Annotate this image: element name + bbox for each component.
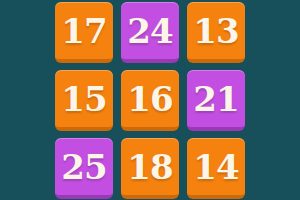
game-background: { "game": "number-tiles-puzzle", "positi… [0,0,300,200]
tile-r3c1[interactable]: 25 [55,138,113,199]
tile-number: 25 [61,150,106,184]
tile-r2c2[interactable]: 16 [121,70,179,131]
tile-number: 15 [61,82,106,116]
tile-number: 24 [127,14,172,48]
tile-number: 18 [127,150,172,184]
tile-r1c2[interactable]: 24 [121,2,179,63]
tile-number: 16 [127,82,172,116]
tile-r2c3[interactable]: 21 [187,70,245,131]
tile-r3c3[interactable]: 14 [187,138,245,199]
tile-r1c1[interactable]: 17 [55,2,113,63]
tile-r2c1[interactable]: 15 [55,70,113,131]
tile-number: 17 [61,14,106,48]
tile-r3c2[interactable]: 18 [121,138,179,199]
tile-r1c3[interactable]: 13 [187,2,245,63]
tile-number: 21 [193,82,238,116]
tile-number: 14 [193,150,238,184]
tile-number: 13 [193,14,238,48]
board: 172413151621251814 [55,2,245,199]
